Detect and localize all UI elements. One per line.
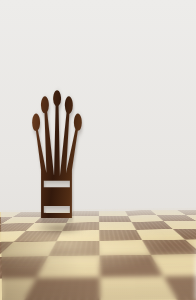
photo-frame: ♛ — [0, 0, 196, 300]
black-queen-piece: ♛ — [24, 70, 90, 245]
